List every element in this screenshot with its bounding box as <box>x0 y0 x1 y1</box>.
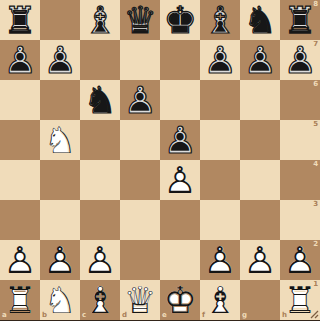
square-e2[interactable] <box>160 240 200 280</box>
square-f5[interactable] <box>200 120 240 160</box>
square-d6[interactable]: ♟♙♟ <box>120 80 160 120</box>
piece-glyph-rim: ♝ <box>200 0 240 40</box>
square-h5[interactable]: 5 <box>280 120 320 160</box>
square-d8[interactable]: ♛♕♛ <box>120 0 160 40</box>
piece-glyph-rim: ♛ <box>120 0 160 40</box>
square-g4[interactable] <box>240 160 280 200</box>
piece-glyph-rim: ♟ <box>40 40 80 80</box>
square-b8[interactable] <box>40 0 80 40</box>
piece-black-king[interactable]: ♚♔♚ <box>160 0 200 40</box>
coord-file-e: e <box>162 312 167 319</box>
piece-black-queen[interactable]: ♛♕♛ <box>120 0 160 40</box>
square-f2[interactable]: ♟♙ <box>200 240 240 280</box>
square-e5[interactable]: ♟♙♟ <box>160 120 200 160</box>
piece-black-knight[interactable]: ♞♘♞ <box>240 0 280 40</box>
coord-rank-4: 4 <box>313 161 318 168</box>
square-d5[interactable] <box>120 120 160 160</box>
square-g1[interactable]: g <box>240 280 280 320</box>
square-e7[interactable] <box>160 40 200 80</box>
piece-black-pawn[interactable]: ♟♙♟ <box>0 40 40 80</box>
square-h2[interactable]: ♟♙2 <box>280 240 320 280</box>
square-f7[interactable]: ♟♙♟ <box>200 40 240 80</box>
square-e4[interactable]: ♟♙ <box>160 160 200 200</box>
square-a2[interactable]: ♟♙ <box>0 240 40 280</box>
piece-black-bishop[interactable]: ♝♗♝ <box>200 0 240 40</box>
piece-glyph-rim: ♟ <box>200 40 240 80</box>
piece-white-pawn[interactable]: ♟♙ <box>80 240 120 280</box>
piece-glyph-rim: ♟ <box>240 40 280 80</box>
coord-rank-8: 8 <box>313 1 318 8</box>
piece-black-rook[interactable]: ♜♖♜ <box>0 0 40 40</box>
square-e8[interactable]: ♚♔♚ <box>160 0 200 40</box>
piece-glyph-rim: ♜ <box>0 0 40 40</box>
piece-glyph-detail: ♙ <box>160 160 200 200</box>
square-a8[interactable]: ♜♖♜ <box>0 0 40 40</box>
square-c6[interactable]: ♞♘♞ <box>80 80 120 120</box>
piece-glyph-rim: ♞ <box>80 80 120 120</box>
square-f1[interactable]: ♝♗f <box>200 280 240 320</box>
piece-glyph-rim: ♟ <box>160 120 200 160</box>
coord-rank-3: 3 <box>313 201 318 208</box>
square-c4[interactable] <box>80 160 120 200</box>
square-h6[interactable]: 6 <box>280 80 320 120</box>
piece-glyph-rim: ♝ <box>80 0 120 40</box>
piece-glyph-detail: ♙ <box>40 240 80 280</box>
piece-black-bishop[interactable]: ♝♗♝ <box>80 0 120 40</box>
resize-grip-icon[interactable] <box>310 310 319 319</box>
piece-black-knight[interactable]: ♞♘♞ <box>80 80 120 120</box>
square-g2[interactable]: ♟♙ <box>240 240 280 280</box>
coord-file-f: f <box>202 312 205 319</box>
piece-black-pawn[interactable]: ♟♙♟ <box>160 120 200 160</box>
square-g8[interactable]: ♞♘♞ <box>240 0 280 40</box>
coord-rank-5: 5 <box>313 121 318 128</box>
piece-glyph-detail: ♙ <box>240 240 280 280</box>
piece-glyph-rim: ♟ <box>0 40 40 80</box>
square-h7[interactable]: ♟♙♟7 <box>280 40 320 80</box>
chess-board-widget: ♜♖♜♝♗♝♛♕♛♚♔♚♝♗♝♞♘♞♜♖♜8♟♙♟♟♙♟♟♙♟♟♙♟♟♙♟7♞♘… <box>0 0 320 321</box>
piece-glyph-rim: ♟ <box>120 80 160 120</box>
square-b1[interactable]: ♞♘b <box>40 280 80 320</box>
coord-file-a: a <box>2 312 7 319</box>
square-f3[interactable] <box>200 200 240 240</box>
square-d4[interactable] <box>120 160 160 200</box>
square-a1[interactable]: ♜♖a <box>0 280 40 320</box>
square-b4[interactable] <box>40 160 80 200</box>
coord-rank-1: 1 <box>313 281 318 288</box>
square-a3[interactable] <box>0 200 40 240</box>
coord-file-c: c <box>82 312 86 319</box>
square-d1[interactable]: ♛♕d <box>120 280 160 320</box>
piece-glyph-detail: ♙ <box>0 240 40 280</box>
square-h8[interactable]: ♜♖♜8 <box>280 0 320 40</box>
square-g6[interactable] <box>240 80 280 120</box>
coord-rank-7: 7 <box>313 41 318 48</box>
square-e1[interactable]: ♚♔e <box>160 280 200 320</box>
coord-file-h: h <box>282 312 287 319</box>
square-f6[interactable] <box>200 80 240 120</box>
piece-black-pawn[interactable]: ♟♙♟ <box>200 40 240 80</box>
piece-glyph-detail: ♙ <box>80 240 120 280</box>
piece-black-pawn[interactable]: ♟♙♟ <box>120 80 160 120</box>
piece-black-pawn[interactable]: ♟♙♟ <box>40 40 80 80</box>
piece-glyph-rim: ♞ <box>240 0 280 40</box>
square-a5[interactable] <box>0 120 40 160</box>
square-e3[interactable] <box>160 200 200 240</box>
piece-white-pawn[interactable]: ♟♙ <box>160 160 200 200</box>
square-d3[interactable] <box>120 200 160 240</box>
chess-board: ♜♖♜♝♗♝♛♕♛♚♔♚♝♗♝♞♘♞♜♖♜8♟♙♟♟♙♟♟♙♟♟♙♟♟♙♟7♞♘… <box>0 0 320 320</box>
square-g7[interactable]: ♟♙♟ <box>240 40 280 80</box>
piece-glyph-detail: ♗ <box>200 280 240 320</box>
coord-file-d: d <box>122 312 127 319</box>
square-b3[interactable] <box>40 200 80 240</box>
piece-glyph-rim: ♚ <box>160 0 200 40</box>
square-b6[interactable] <box>40 80 80 120</box>
coord-rank-6: 6 <box>313 81 318 88</box>
piece-glyph-detail: ♘ <box>40 120 80 160</box>
piece-white-pawn[interactable]: ♟♙ <box>40 240 80 280</box>
square-c5[interactable] <box>80 120 120 160</box>
piece-white-pawn[interactable]: ♟♙ <box>200 240 240 280</box>
square-e6[interactable] <box>160 80 200 120</box>
piece-glyph-detail: ♙ <box>200 240 240 280</box>
piece-white-bishop[interactable]: ♝♗ <box>200 280 240 320</box>
piece-white-knight[interactable]: ♞♘ <box>40 120 80 160</box>
piece-black-pawn[interactable]: ♟♙♟ <box>240 40 280 80</box>
piece-white-pawn[interactable]: ♟♙ <box>0 240 40 280</box>
square-c3[interactable] <box>80 200 120 240</box>
square-f4[interactable] <box>200 160 240 200</box>
square-g5[interactable] <box>240 120 280 160</box>
square-d7[interactable] <box>120 40 160 80</box>
coord-rank-2: 2 <box>313 241 318 248</box>
square-c2[interactable]: ♟♙ <box>80 240 120 280</box>
piece-white-pawn[interactable]: ♟♙ <box>240 240 280 280</box>
square-a7[interactable]: ♟♙♟ <box>0 40 40 80</box>
coord-file-g: g <box>242 312 247 319</box>
square-f8[interactable]: ♝♗♝ <box>200 0 240 40</box>
square-b7[interactable]: ♟♙♟ <box>40 40 80 80</box>
square-h3[interactable]: 3 <box>280 200 320 240</box>
square-b5[interactable]: ♞♘ <box>40 120 80 160</box>
square-a4[interactable] <box>0 160 40 200</box>
coord-file-b: b <box>42 312 47 319</box>
square-b2[interactable]: ♟♙ <box>40 240 80 280</box>
square-h4[interactable]: 4 <box>280 160 320 200</box>
square-a6[interactable] <box>0 80 40 120</box>
square-d2[interactable] <box>120 240 160 280</box>
square-c8[interactable]: ♝♗♝ <box>80 0 120 40</box>
square-c1[interactable]: ♝♗c <box>80 280 120 320</box>
square-g3[interactable] <box>240 200 280 240</box>
square-c7[interactable] <box>80 40 120 80</box>
